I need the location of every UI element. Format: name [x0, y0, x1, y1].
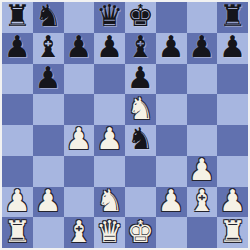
square-h6[interactable]: [217, 64, 248, 95]
white-bishop-piece: ♝: [188, 187, 215, 216]
square-c1[interactable]: ♝: [64, 217, 95, 248]
square-d6[interactable]: [94, 64, 125, 95]
black-knight-piece: ♞: [127, 125, 154, 154]
square-b5[interactable]: [33, 94, 64, 125]
square-a4[interactable]: [2, 125, 33, 156]
square-b4[interactable]: [33, 125, 64, 156]
square-c8[interactable]: [64, 2, 95, 33]
square-g6[interactable]: [187, 64, 218, 95]
square-f8[interactable]: [156, 2, 187, 33]
square-g4[interactable]: [187, 125, 218, 156]
square-e1[interactable]: ♚: [125, 217, 156, 248]
square-g1[interactable]: [187, 217, 218, 248]
square-h8[interactable]: ♜: [217, 2, 248, 33]
square-e6[interactable]: ♟: [125, 64, 156, 95]
square-d1[interactable]: ♛: [94, 217, 125, 248]
black-rook-piece: ♜: [219, 2, 246, 31]
black-bishop-piece: ♝: [35, 33, 62, 62]
square-b2[interactable]: ♟: [33, 187, 64, 218]
white-pawn-piece: ♟: [219, 187, 246, 216]
square-h7[interactable]: ♟: [217, 33, 248, 64]
black-king-piece: ♚: [127, 2, 154, 31]
square-b3[interactable]: [33, 156, 64, 187]
black-pawn-piece: ♟: [96, 33, 123, 62]
black-pawn-piece: ♟: [219, 33, 246, 62]
white-king-piece: ♚: [127, 217, 154, 246]
square-a5[interactable]: [2, 94, 33, 125]
chess-board: ♜♞♛♚♜♟♝♟♟♝♟♟♟♟♟♞♟♟♞♟♟♟♞♟♝♟♜♝♛♚♜: [0, 0, 250, 250]
square-g3[interactable]: ♟: [187, 156, 218, 187]
black-pawn-piece: ♟: [188, 33, 215, 62]
square-f3[interactable]: [156, 156, 187, 187]
square-e8[interactable]: ♚: [125, 2, 156, 33]
square-g8[interactable]: [187, 2, 218, 33]
white-pawn-piece: ♟: [35, 187, 62, 216]
square-e2[interactable]: [125, 187, 156, 218]
black-pawn-piece: ♟: [65, 33, 92, 62]
square-d8[interactable]: ♛: [94, 2, 125, 33]
square-g5[interactable]: [187, 94, 218, 125]
white-queen-piece: ♛: [96, 217, 123, 246]
square-f1[interactable]: [156, 217, 187, 248]
square-a1[interactable]: ♜: [2, 217, 33, 248]
square-f5[interactable]: [156, 94, 187, 125]
black-pawn-piece: ♟: [4, 33, 31, 62]
white-knight-piece: ♞: [96, 187, 123, 216]
black-knight-piece: ♞: [35, 2, 62, 31]
square-h1[interactable]: ♜: [217, 217, 248, 248]
square-c7[interactable]: ♟: [64, 33, 95, 64]
black-rook-piece: ♜: [4, 2, 31, 31]
square-d4[interactable]: ♟: [94, 125, 125, 156]
white-pawn-piece: ♟: [65, 125, 92, 154]
square-g7[interactable]: ♟: [187, 33, 218, 64]
black-pawn-piece: ♟: [35, 64, 62, 93]
square-d2[interactable]: ♞: [94, 187, 125, 218]
square-e5[interactable]: ♞: [125, 94, 156, 125]
white-pawn-piece: ♟: [188, 156, 215, 185]
square-f4[interactable]: [156, 125, 187, 156]
white-rook-piece: ♜: [4, 217, 31, 246]
black-pawn-piece: ♟: [127, 64, 154, 93]
square-h3[interactable]: [217, 156, 248, 187]
square-d5[interactable]: [94, 94, 125, 125]
square-h4[interactable]: [217, 125, 248, 156]
square-c6[interactable]: [64, 64, 95, 95]
black-pawn-piece: ♟: [158, 33, 185, 62]
square-h5[interactable]: [217, 94, 248, 125]
square-e3[interactable]: [125, 156, 156, 187]
square-d3[interactable]: [94, 156, 125, 187]
square-e7[interactable]: ♝: [125, 33, 156, 64]
square-f7[interactable]: ♟: [156, 33, 187, 64]
square-f6[interactable]: [156, 64, 187, 95]
square-b7[interactable]: ♝: [33, 33, 64, 64]
white-pawn-piece: ♟: [4, 187, 31, 216]
square-g2[interactable]: ♝: [187, 187, 218, 218]
square-a7[interactable]: ♟: [2, 33, 33, 64]
white-knight-piece: ♞: [127, 94, 154, 123]
black-queen-piece: ♛: [96, 2, 123, 31]
square-a8[interactable]: ♜: [2, 2, 33, 33]
square-e4[interactable]: ♞: [125, 125, 156, 156]
square-h2[interactable]: ♟: [217, 187, 248, 218]
black-bishop-piece: ♝: [127, 33, 154, 62]
square-d7[interactable]: ♟: [94, 33, 125, 64]
square-b8[interactable]: ♞: [33, 2, 64, 33]
square-b1[interactable]: [33, 217, 64, 248]
square-c2[interactable]: [64, 187, 95, 218]
square-c3[interactable]: [64, 156, 95, 187]
white-bishop-piece: ♝: [65, 217, 92, 246]
square-a3[interactable]: [2, 156, 33, 187]
white-pawn-piece: ♟: [96, 125, 123, 154]
white-rook-piece: ♜: [219, 217, 246, 246]
square-a2[interactable]: ♟: [2, 187, 33, 218]
square-c4[interactable]: ♟: [64, 125, 95, 156]
square-f2[interactable]: ♟: [156, 187, 187, 218]
board-grid: ♜♞♛♚♜♟♝♟♟♝♟♟♟♟♟♞♟♟♞♟♟♟♞♟♝♟♜♝♛♚♜: [2, 2, 248, 248]
white-pawn-piece: ♟: [158, 187, 185, 216]
square-a6[interactable]: [2, 64, 33, 95]
square-b6[interactable]: ♟: [33, 64, 64, 95]
square-c5[interactable]: [64, 94, 95, 125]
